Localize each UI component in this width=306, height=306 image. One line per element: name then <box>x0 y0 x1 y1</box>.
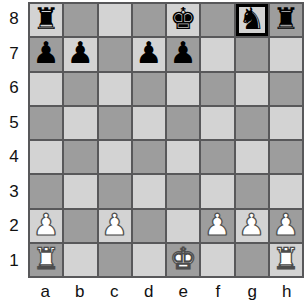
file-label-d: d <box>132 278 167 306</box>
square-b4[interactable] <box>64 141 96 173</box>
white-pawn-g2[interactable]: ♟ <box>238 210 265 240</box>
chess-board[interactable]: ♜♚♞♜♟♟♟♟♟♟♟♟♟♜♚♜ <box>28 2 304 278</box>
square-f2[interactable]: ♟ <box>201 210 233 242</box>
square-c6[interactable] <box>99 73 131 105</box>
square-f8[interactable] <box>201 4 233 36</box>
square-a6[interactable] <box>30 73 62 105</box>
file-label-f: f <box>201 278 236 306</box>
white-rook-h1[interactable]: ♜ <box>272 244 299 274</box>
square-f1[interactable] <box>201 244 233 276</box>
square-h7[interactable] <box>270 38 302 70</box>
rank-label-3: 3 <box>0 175 28 210</box>
square-e7[interactable]: ♟ <box>167 38 199 70</box>
square-a7[interactable]: ♟ <box>30 38 62 70</box>
square-e2[interactable] <box>167 210 199 242</box>
black-pawn-d7[interactable]: ♟ <box>135 38 162 68</box>
rank-label-1: 1 <box>0 244 28 279</box>
rank-label-2: 2 <box>0 209 28 244</box>
square-a2[interactable]: ♟ <box>30 210 62 242</box>
rank-label-6: 6 <box>0 71 28 106</box>
rank-labels: 87654321 <box>0 2 28 278</box>
square-d7[interactable]: ♟ <box>133 38 165 70</box>
square-d8[interactable] <box>133 4 165 36</box>
square-c7[interactable] <box>99 38 131 70</box>
square-c1[interactable] <box>99 244 131 276</box>
square-e3[interactable] <box>167 175 199 207</box>
square-c2[interactable]: ♟ <box>99 210 131 242</box>
white-pawn-h2[interactable]: ♟ <box>272 210 299 240</box>
file-labels: abcdefgh <box>28 278 304 306</box>
file-label-a: a <box>28 278 63 306</box>
square-h1[interactable]: ♜ <box>270 244 302 276</box>
black-king-e8[interactable]: ♚ <box>170 4 197 34</box>
square-d2[interactable] <box>133 210 165 242</box>
square-c4[interactable] <box>99 141 131 173</box>
white-pawn-c2[interactable]: ♟ <box>101 210 128 240</box>
chess-diagram: 87654321 ♜♚♞♜♟♟♟♟♟♟♟♟♟♜♚♜ abcdefgh <box>0 0 306 306</box>
square-g3[interactable] <box>236 175 268 207</box>
square-b2[interactable] <box>64 210 96 242</box>
file-label-c: c <box>97 278 132 306</box>
square-a3[interactable] <box>30 175 62 207</box>
square-b5[interactable] <box>64 107 96 139</box>
square-f7[interactable] <box>201 38 233 70</box>
square-d1[interactable] <box>133 244 165 276</box>
square-a4[interactable] <box>30 141 62 173</box>
square-e1[interactable]: ♚ <box>167 244 199 276</box>
white-king-e1[interactable]: ♚ <box>170 244 197 274</box>
square-f3[interactable] <box>201 175 233 207</box>
square-c5[interactable] <box>99 107 131 139</box>
square-g5[interactable] <box>236 107 268 139</box>
square-c3[interactable] <box>99 175 131 207</box>
square-f5[interactable] <box>201 107 233 139</box>
square-g4[interactable] <box>236 141 268 173</box>
square-h3[interactable] <box>270 175 302 207</box>
square-g2[interactable]: ♟ <box>236 210 268 242</box>
square-a5[interactable] <box>30 107 62 139</box>
square-b1[interactable] <box>64 244 96 276</box>
rank-label-8: 8 <box>0 2 28 37</box>
file-label-b: b <box>63 278 98 306</box>
square-e6[interactable] <box>167 73 199 105</box>
square-h2[interactable]: ♟ <box>270 210 302 242</box>
square-h6[interactable] <box>270 73 302 105</box>
file-label-e: e <box>166 278 201 306</box>
square-g1[interactable] <box>236 244 268 276</box>
square-d4[interactable] <box>133 141 165 173</box>
square-g7[interactable] <box>236 38 268 70</box>
square-b6[interactable] <box>64 73 96 105</box>
square-e8[interactable]: ♚ <box>167 4 199 36</box>
white-pawn-f2[interactable]: ♟ <box>204 210 231 240</box>
black-pawn-a7[interactable]: ♟ <box>33 38 60 68</box>
square-e4[interactable] <box>167 141 199 173</box>
file-label-g: g <box>235 278 270 306</box>
square-d6[interactable] <box>133 73 165 105</box>
black-rook-a8[interactable]: ♜ <box>33 4 60 34</box>
rank-label-7: 7 <box>0 37 28 72</box>
square-a1[interactable]: ♜ <box>30 244 62 276</box>
black-knight-g8[interactable]: ♞ <box>238 4 265 34</box>
square-d3[interactable] <box>133 175 165 207</box>
rank-label-4: 4 <box>0 140 28 175</box>
square-f4[interactable] <box>201 141 233 173</box>
black-pawn-b7[interactable]: ♟ <box>67 38 94 68</box>
square-b8[interactable] <box>64 4 96 36</box>
rank-label-5: 5 <box>0 106 28 141</box>
square-b3[interactable] <box>64 175 96 207</box>
square-g6[interactable] <box>236 73 268 105</box>
white-rook-a1[interactable]: ♜ <box>33 244 60 274</box>
black-rook-h8[interactable]: ♜ <box>272 4 299 34</box>
file-label-h: h <box>270 278 305 306</box>
square-a8[interactable]: ♜ <box>30 4 62 36</box>
square-e5[interactable] <box>167 107 199 139</box>
black-pawn-e7[interactable]: ♟ <box>170 38 197 68</box>
square-h5[interactable] <box>270 107 302 139</box>
white-pawn-a2[interactable]: ♟ <box>33 210 60 240</box>
square-d5[interactable] <box>133 107 165 139</box>
square-h8[interactable]: ♜ <box>270 4 302 36</box>
square-f6[interactable] <box>201 73 233 105</box>
square-g8[interactable]: ♞ <box>236 4 268 36</box>
square-h4[interactable] <box>270 141 302 173</box>
square-b7[interactable]: ♟ <box>64 38 96 70</box>
square-c8[interactable] <box>99 4 131 36</box>
